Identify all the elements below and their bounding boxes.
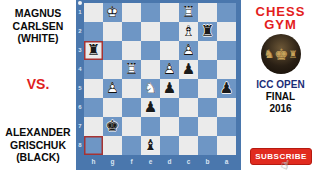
side-to-move-dot xyxy=(78,1,82,5)
square-f1[interactable] xyxy=(122,3,141,22)
channel-title: CHESS GYM xyxy=(241,5,320,31)
square-d6[interactable] xyxy=(160,98,179,117)
square-d5[interactable]: ♟ xyxy=(160,79,179,98)
event-title: ICC OPEN FINAL 2016 xyxy=(241,79,320,115)
square-h5[interactable] xyxy=(84,79,103,98)
square-a1[interactable] xyxy=(217,3,236,22)
black-bishop-e8: ♝ xyxy=(141,136,160,155)
square-g2[interactable] xyxy=(103,22,122,41)
square-b5[interactable] xyxy=(198,79,217,98)
square-f5[interactable] xyxy=(122,79,141,98)
branding-panel: CHESS GYM ♞ ♚ ♜ ICC OPEN FINAL 2016 SUBS… xyxy=(241,0,320,180)
square-c8[interactable] xyxy=(179,136,198,155)
square-e2[interactable] xyxy=(141,22,160,41)
white-player-line1: MAGNUS xyxy=(0,7,76,20)
black-pawn-d5: ♟ xyxy=(160,79,179,98)
white-pawn-g5: ♟♙ xyxy=(103,79,122,98)
rank-label-2: 2 xyxy=(76,22,84,41)
square-e6[interactable]: ♟ xyxy=(141,98,160,117)
black-rook-b2: ♜ xyxy=(198,22,217,41)
white-player-line3: (WHITE) xyxy=(0,32,76,45)
white-pawn-d4: ♟♙ xyxy=(160,60,179,79)
square-h6[interactable] xyxy=(84,98,103,117)
event-line3: 2016 xyxy=(241,103,320,115)
file-label-h: h xyxy=(84,155,103,170)
channel-title-line2: GYM xyxy=(241,18,320,31)
square-f8[interactable] xyxy=(122,136,141,155)
white-player-name: MAGNUS CARLSEN (WHITE) xyxy=(0,7,76,45)
file-labels: hgfedcba xyxy=(84,155,236,170)
white-king-g1: ♚♔ xyxy=(103,3,122,22)
rank-label-5: 5 xyxy=(76,79,84,98)
file-label-b: b xyxy=(198,155,217,170)
event-line1: ICC OPEN xyxy=(241,79,320,91)
board-grid: ♚♔♜♖♝♗♜♜♟♙♜♖♟♙♟♟♙♞♘♟♟♟♚♝ xyxy=(84,3,236,155)
square-e4[interactable] xyxy=(141,60,160,79)
square-a3[interactable] xyxy=(217,41,236,60)
square-h2[interactable] xyxy=(84,22,103,41)
black-player-line1: ALEXANDER xyxy=(0,126,76,139)
white-pawn-c3: ♟♙ xyxy=(179,41,198,60)
square-h1[interactable] xyxy=(84,3,103,22)
square-c7[interactable] xyxy=(179,117,198,136)
file-label-f: f xyxy=(122,155,141,170)
square-e5[interactable]: ♞♘ xyxy=(141,79,160,98)
square-d2[interactable] xyxy=(160,22,179,41)
file-label-c: c xyxy=(179,155,198,170)
square-g5[interactable]: ♟♙ xyxy=(103,79,122,98)
square-b7[interactable] xyxy=(198,117,217,136)
white-rook-c1: ♜♖ xyxy=(179,3,198,22)
rank-labels: 12345678 xyxy=(76,3,84,155)
square-f3[interactable] xyxy=(122,41,141,60)
square-a6[interactable] xyxy=(217,98,236,117)
file-label-a: a xyxy=(217,155,236,170)
square-c5[interactable] xyxy=(179,79,198,98)
square-c6[interactable] xyxy=(179,98,198,117)
square-a8[interactable] xyxy=(217,136,236,155)
square-c2[interactable]: ♝♗ xyxy=(179,22,198,41)
square-e8[interactable]: ♝ xyxy=(141,136,160,155)
square-d3[interactable] xyxy=(160,41,179,60)
square-c3[interactable]: ♟♙ xyxy=(179,41,198,60)
square-b4[interactable] xyxy=(198,60,217,79)
black-king-g7: ♚ xyxy=(103,117,122,136)
white-bishop-c2: ♝♗ xyxy=(179,22,198,41)
square-a4[interactable] xyxy=(217,60,236,79)
rank-label-6: 6 xyxy=(76,98,84,117)
square-h7[interactable] xyxy=(84,117,103,136)
logo-king-icon: ♚ xyxy=(274,45,288,64)
black-player-line3: (BLACK) xyxy=(0,151,76,164)
file-label-e: e xyxy=(141,155,160,170)
square-h8[interactable] xyxy=(84,136,103,155)
event-line2: FINAL xyxy=(241,91,320,103)
square-d8[interactable] xyxy=(160,136,179,155)
square-e7[interactable] xyxy=(141,117,160,136)
square-f6[interactable] xyxy=(122,98,141,117)
black-pawn-c4: ♟ xyxy=(179,60,198,79)
square-b2[interactable]: ♜ xyxy=(198,22,217,41)
logo-knight-icon: ♞ xyxy=(263,47,274,61)
square-a7[interactable] xyxy=(217,117,236,136)
square-f4[interactable]: ♜♖ xyxy=(122,60,141,79)
square-f2[interactable] xyxy=(122,22,141,41)
square-d7[interactable] xyxy=(160,117,179,136)
channel-logo: ♞ ♚ ♜ xyxy=(261,34,301,74)
rank-label-1: 1 xyxy=(76,3,84,22)
file-label-g: g xyxy=(103,155,122,170)
black-rook-h3: ♜ xyxy=(84,41,103,60)
square-d1[interactable] xyxy=(160,3,179,22)
square-f7[interactable] xyxy=(122,117,141,136)
black-pawn-a5: ♟ xyxy=(217,79,236,98)
square-b8[interactable] xyxy=(198,136,217,155)
square-g8[interactable] xyxy=(103,136,122,155)
logo-rook-icon: ♜ xyxy=(289,49,298,60)
chess-board: 12345678 ♚♔♜♖♝♗♜♜♟♙♜♖♟♙♟♟♙♞♘♟♟♟♚♝ hgfedc… xyxy=(76,0,241,170)
file-label-d: d xyxy=(160,155,179,170)
square-g1[interactable]: ♚♔ xyxy=(103,3,122,22)
square-c4[interactable]: ♟ xyxy=(179,60,198,79)
rank-label-4: 4 xyxy=(76,60,84,79)
video-frame: MAGNUS CARLSEN (WHITE) VS. ALEXANDER GRI… xyxy=(0,0,320,180)
square-g6[interactable] xyxy=(103,98,122,117)
square-g4[interactable] xyxy=(103,60,122,79)
square-b3[interactable] xyxy=(198,41,217,60)
square-b6[interactable] xyxy=(198,98,217,117)
square-d4[interactable]: ♟♙ xyxy=(160,60,179,79)
white-knight-e5: ♞♘ xyxy=(141,79,160,98)
white-player-line2: CARLSEN xyxy=(0,20,76,33)
square-a2[interactable] xyxy=(217,22,236,41)
rank-label-7: 7 xyxy=(76,117,84,136)
players-panel: MAGNUS CARLSEN (WHITE) VS. ALEXANDER GRI… xyxy=(0,0,76,180)
black-player-name: ALEXANDER GRISCHUK (BLACK) xyxy=(0,126,76,164)
white-rook-f4: ♜♖ xyxy=(122,60,141,79)
square-b1[interactable] xyxy=(198,3,217,22)
square-a5[interactable]: ♟ xyxy=(217,79,236,98)
square-g3[interactable] xyxy=(103,41,122,60)
square-h3[interactable]: ♜ xyxy=(84,41,103,60)
vs-label: VS. xyxy=(0,76,76,92)
rank-label-8: 8 xyxy=(76,136,84,155)
black-player-line2: GRISCHUK xyxy=(0,139,76,152)
square-c1[interactable]: ♜♖ xyxy=(179,3,198,22)
black-pawn-e6: ♟ xyxy=(141,98,160,117)
rank-label-3: 3 xyxy=(76,41,84,60)
square-h4[interactable] xyxy=(84,60,103,79)
square-g7[interactable]: ♚ xyxy=(103,117,122,136)
square-e3[interactable] xyxy=(141,41,160,60)
square-e1[interactable] xyxy=(141,3,160,22)
